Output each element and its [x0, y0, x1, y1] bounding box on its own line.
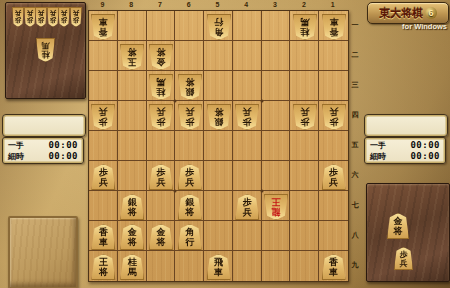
file-label-9: 9: [88, 0, 117, 10]
square-5b[interactable]: [204, 41, 233, 71]
piece-kanji: 兵: [185, 177, 194, 187]
gote-captured-tray: 歩兵歩兵歩兵歩兵歩兵歩兵桂馬: [5, 2, 86, 99]
rank-labels: 一二三四五六七八九: [349, 10, 361, 280]
sente-move-label: 一手: [370, 140, 386, 151]
gote-total-label: 細時: [8, 151, 24, 162]
piece-kanji: 歩: [156, 117, 165, 127]
square-8c[interactable]: [118, 71, 147, 101]
file-label-8: 8: [117, 0, 146, 10]
square-1c[interactable]: [319, 71, 348, 101]
piece-kanji: 行: [214, 17, 223, 27]
file-labels: 987654321: [88, 0, 347, 10]
square-2e[interactable]: [290, 131, 319, 161]
file-label-2: 2: [289, 0, 318, 10]
square-5g[interactable]: [204, 191, 233, 221]
piece-kanji: 馬: [128, 267, 137, 277]
piece-kanji: 将: [156, 47, 165, 57]
file-label-5: 5: [203, 0, 232, 10]
hoshi-dot: [174, 190, 177, 193]
piece-kanji: 歩: [329, 117, 338, 127]
piece-kanji: 将: [99, 267, 108, 277]
gote-hand-pawn-1[interactable]: 歩兵: [12, 7, 24, 27]
piece-kanji: 香: [99, 27, 108, 37]
hoshi-dot: [260, 190, 263, 193]
square-2g[interactable]: [290, 191, 319, 221]
piece-kanji: 龍: [272, 207, 281, 217]
gote-hand-pawn-2[interactable]: 歩兵: [24, 7, 36, 27]
rank-label-3: 三: [349, 70, 361, 100]
piece-kanji: 馬: [156, 77, 165, 87]
piece-kanji: 馬: [300, 17, 309, 27]
piece-kanji: 歩: [329, 167, 338, 177]
hoshi-dot: [174, 100, 177, 103]
logo-version-badge: 6: [425, 7, 437, 19]
sente-clock: 一手 00:00 細時 00:00: [364, 137, 446, 164]
square-8f[interactable]: [118, 161, 147, 191]
piece-kanji: 王: [272, 197, 281, 207]
square-5h[interactable]: [204, 221, 233, 251]
square-7g[interactable]: [147, 191, 176, 221]
piece-kanji: 兵: [99, 177, 108, 187]
piece-kanji: 桂: [300, 27, 309, 37]
square-9c[interactable]: [89, 71, 118, 101]
rank-label-8: 八: [349, 220, 361, 250]
app-logo: 東大将棋 6: [367, 2, 449, 24]
square-3b[interactable]: [262, 41, 291, 71]
piece-kanji: 歩: [300, 117, 309, 127]
square-2h[interactable]: [290, 221, 319, 251]
piece-kanji: 歩: [49, 17, 56, 25]
piece-kanji: 将: [128, 237, 137, 247]
square-2f[interactable]: [290, 161, 319, 191]
square-7a[interactable]: [147, 11, 176, 41]
piece-kanji: 兵: [329, 107, 338, 117]
piece-kanji: 将: [156, 237, 165, 247]
piece-kanji: 兵: [185, 107, 194, 117]
piece-kanji: 歩: [243, 117, 252, 127]
piece-kanji: 銀: [128, 197, 137, 207]
square-1h[interactable]: [319, 221, 348, 251]
rank-label-6: 六: [349, 160, 361, 190]
square-3a[interactable]: [262, 11, 291, 41]
piece-kanji: 王: [99, 257, 108, 267]
sente-name-plate: [364, 114, 448, 137]
square-8d[interactable]: [118, 101, 147, 131]
piece-kanji: 将: [128, 207, 137, 217]
file-label-1: 1: [318, 0, 347, 10]
piece-kanji: 歩: [26, 17, 33, 25]
piece-kanji: 行: [185, 237, 194, 247]
piece-kanji: 歩: [72, 17, 79, 25]
gote-clock-move-row: 一手 00:00: [8, 140, 78, 151]
sente-clock-move-row: 一手 00:00: [370, 140, 440, 151]
piece-kanji: 車: [99, 17, 108, 27]
piece-kanji: 金: [156, 57, 165, 67]
rank-label-7: 七: [349, 190, 361, 220]
gote-clock-total-row: 細時 00:00: [8, 151, 78, 162]
piece-kanji: 金: [156, 227, 165, 237]
gote-move-time: 00:00: [48, 140, 78, 150]
file-label-6: 6: [174, 0, 203, 10]
logo-title: 東大将棋: [379, 6, 423, 21]
piece-kanji: 飛: [214, 257, 223, 267]
piece-kanji: 兵: [72, 10, 79, 18]
gote-hand-pawn-4[interactable]: 歩兵: [47, 7, 59, 27]
piece-kanji: 兵: [156, 177, 165, 187]
piece-kanji: 車: [329, 17, 338, 27]
piece-kanji: 兵: [329, 177, 338, 187]
gote-hand-桂馬[interactable]: 桂馬: [36, 38, 55, 62]
piece-kanji: 桂: [156, 87, 165, 97]
piece-kanji: 角: [185, 227, 194, 237]
empty-piece-box: [8, 216, 78, 288]
piece-kanji: 兵: [26, 10, 33, 18]
square-6e[interactable]: [175, 131, 204, 161]
gote-hand-pawn-5[interactable]: 歩兵: [58, 7, 70, 27]
square-4h[interactable]: [233, 221, 262, 251]
rank-label-5: 五: [349, 130, 361, 160]
rank-label-2: 二: [349, 40, 361, 70]
piece-kanji: 歩: [99, 117, 108, 127]
sente-clock-total-row: 細時 00:00: [370, 151, 440, 162]
square-4a[interactable]: [233, 11, 262, 41]
piece-kanji: 車: [99, 237, 108, 247]
app-window: 歩兵歩兵歩兵歩兵歩兵歩兵桂馬 一手 00:00 細時 00:00 9876543…: [0, 0, 450, 288]
piece-kanji: 兵: [15, 10, 22, 18]
sente-total-label: 細時: [370, 151, 386, 162]
sente-move-time: 00:00: [410, 140, 440, 150]
piece-kanji: 兵: [156, 107, 165, 117]
piece-kanji: 兵: [400, 259, 408, 268]
hoshi-dot: [260, 100, 263, 103]
piece-kanji: 兵: [243, 207, 252, 217]
square-8e[interactable]: [118, 131, 147, 161]
piece-kanji: 香: [329, 27, 338, 37]
piece-kanji: 兵: [99, 107, 108, 117]
square-9b[interactable]: [89, 41, 118, 71]
piece-kanji: 車: [214, 267, 223, 277]
square-9g[interactable]: [89, 191, 118, 221]
logo-subtitle: for Windows: [362, 22, 447, 31]
piece-kanji: 兵: [61, 10, 68, 18]
square-2c[interactable]: [290, 71, 319, 101]
piece-kanji: 馬: [42, 41, 50, 50]
piece-kanji: 香: [329, 257, 338, 267]
piece-kanji: 桂: [128, 257, 137, 267]
square-4e[interactable]: [233, 131, 262, 161]
sente-hand-歩兵[interactable]: 歩兵: [394, 247, 413, 270]
piece-kanji: 歩: [185, 167, 194, 177]
piece-kanji: 将: [394, 226, 403, 236]
piece-kanji: 将: [185, 77, 194, 87]
piece-kanji: 歩: [400, 250, 408, 259]
square-7e[interactable]: [147, 131, 176, 161]
piece-kanji: 歩: [156, 167, 165, 177]
gote-total-time: 00:00: [48, 151, 78, 161]
piece-kanji: 金: [394, 216, 403, 226]
square-5c[interactable]: [204, 71, 233, 101]
file-label-4: 4: [232, 0, 261, 10]
gote-clock: 一手 00:00 細時 00:00: [2, 137, 84, 164]
square-4i[interactable]: [233, 251, 262, 281]
piece-kanji: 銀: [185, 197, 194, 207]
piece-kanji: 兵: [243, 107, 252, 117]
square-1g[interactable]: [319, 191, 348, 221]
square-3h[interactable]: [262, 221, 291, 251]
piece-kanji: 角: [214, 27, 223, 37]
piece-kanji: 兵: [300, 107, 309, 117]
piece-kanji: 将: [214, 107, 223, 117]
square-5e[interactable]: [204, 131, 233, 161]
square-3f[interactable]: [262, 161, 291, 191]
square-2i[interactable]: [290, 251, 319, 281]
piece-kanji: 将: [128, 47, 137, 57]
piece-kanji: 歩: [185, 117, 194, 127]
square-9e[interactable]: [89, 131, 118, 161]
piece-kanji: 金: [128, 227, 137, 237]
square-3e[interactable]: [262, 131, 291, 161]
square-4c[interactable]: [233, 71, 262, 101]
rank-label-1: 一: [349, 10, 361, 40]
gote-move-label: 一手: [8, 140, 24, 151]
square-7i[interactable]: [147, 251, 176, 281]
piece-kanji: 歩: [61, 17, 68, 25]
square-6b[interactable]: [175, 41, 204, 71]
piece-kanji: 銀: [214, 117, 223, 127]
shogi-board[interactable]: 香車角行桂馬香車玉将金将桂馬銀将歩兵歩兵歩兵銀将歩兵歩兵歩兵龍王歩兵歩兵歩兵歩兵…: [88, 10, 349, 282]
square-3i[interactable]: [262, 251, 291, 281]
sente-hand-金将[interactable]: 金将: [387, 213, 409, 239]
square-6a[interactable]: [175, 11, 204, 41]
gote-hand-pawn-6[interactable]: 歩兵: [70, 7, 82, 27]
square-6i[interactable]: [175, 251, 204, 281]
square-1b[interactable]: [319, 41, 348, 71]
file-label-3: 3: [261, 0, 290, 10]
square-4f[interactable]: [233, 161, 262, 191]
sente-captured-tray: 金将歩兵: [366, 183, 450, 282]
square-3d[interactable]: [262, 101, 291, 131]
piece-kanji: 香: [99, 227, 108, 237]
piece-kanji: 歩: [99, 167, 108, 177]
rank-label-4: 四: [349, 100, 361, 130]
square-1e[interactable]: [319, 131, 348, 161]
piece-kanji: 兵: [38, 10, 45, 18]
square-8a[interactable]: [118, 11, 147, 41]
rank-label-9: 九: [349, 250, 361, 280]
sente-total-time: 00:00: [410, 151, 440, 161]
file-label-7: 7: [146, 0, 175, 10]
piece-kanji: 歩: [243, 197, 252, 207]
square-5f[interactable]: [204, 161, 233, 191]
piece-kanji: 将: [185, 207, 194, 217]
gote-hand-pawn-3[interactable]: 歩兵: [35, 7, 47, 27]
gote-name-plate: [2, 114, 86, 137]
piece-kanji: 玉: [128, 57, 137, 67]
piece-kanji: 車: [329, 267, 338, 277]
piece-kanji: 銀: [185, 87, 194, 97]
piece-kanji: 兵: [49, 10, 56, 18]
piece-kanji: 歩: [38, 17, 45, 25]
square-3c[interactable]: [262, 71, 291, 101]
piece-kanji: 歩: [15, 17, 22, 25]
square-4b[interactable]: [233, 41, 262, 71]
square-2b[interactable]: [290, 41, 319, 71]
piece-kanji: 桂: [42, 50, 50, 59]
